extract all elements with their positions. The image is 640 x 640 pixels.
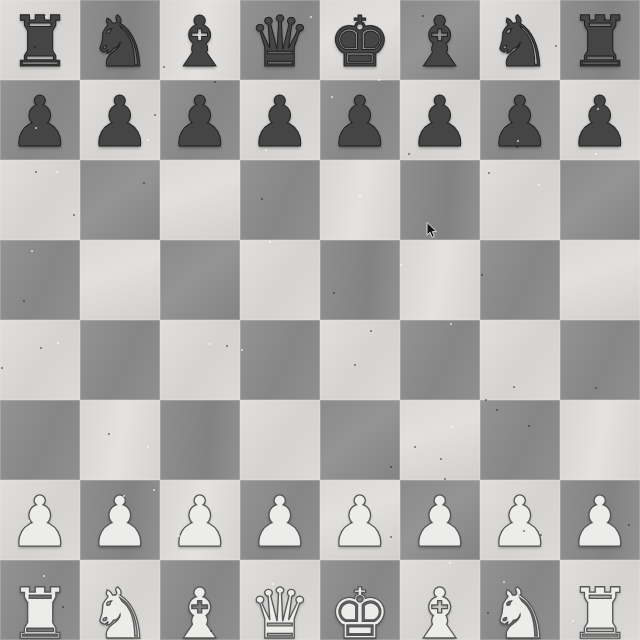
piece-black-pawn-b7[interactable]: ♟ [89,87,152,157]
square-h7[interactable]: ♟ [560,80,640,160]
piece-black-pawn-d7[interactable]: ♟ [249,87,312,157]
square-f6[interactable] [400,160,480,240]
piece-white-knight-g1[interactable]: ♞ [489,579,552,640]
piece-black-bishop-f8[interactable]: ♝ [409,7,472,77]
square-b6[interactable] [80,160,160,240]
square-g5[interactable] [480,240,560,320]
piece-white-pawn-a2[interactable]: ♟ [9,487,72,557]
piece-black-bishop-c8[interactable]: ♝ [169,7,232,77]
piece-black-rook-a8[interactable]: ♜ [9,7,72,77]
square-b8[interactable]: ♞ [80,0,160,80]
piece-white-pawn-e2[interactable]: ♟ [329,487,392,557]
piece-black-rook-h8[interactable]: ♜ [569,7,632,77]
square-b3[interactable] [80,400,160,480]
square-f4[interactable] [400,320,480,400]
square-e8[interactable]: ♚ [320,0,400,80]
square-b2[interactable]: ♟ [80,480,160,560]
square-g1[interactable]: ♞ [480,560,560,640]
square-f7[interactable]: ♟ [400,80,480,160]
square-a6[interactable] [0,160,80,240]
piece-black-pawn-a7[interactable]: ♟ [9,87,72,157]
piece-black-knight-b8[interactable]: ♞ [89,7,152,77]
square-b4[interactable] [80,320,160,400]
piece-white-pawn-d2[interactable]: ♟ [249,487,312,557]
piece-black-pawn-c7[interactable]: ♟ [169,87,232,157]
square-g6[interactable] [480,160,560,240]
piece-white-knight-b1[interactable]: ♞ [89,579,152,640]
piece-white-rook-a1[interactable]: ♜ [9,579,72,640]
square-c6[interactable] [160,160,240,240]
square-d8[interactable]: ♛ [240,0,320,80]
square-d1[interactable]: ♛ [240,560,320,640]
square-c2[interactable]: ♟ [160,480,240,560]
square-b1[interactable]: ♞ [80,560,160,640]
square-c3[interactable] [160,400,240,480]
square-e6[interactable] [320,160,400,240]
square-d6[interactable] [240,160,320,240]
square-e5[interactable] [320,240,400,320]
square-e1[interactable]: ♚ [320,560,400,640]
square-d7[interactable]: ♟ [240,80,320,160]
square-f3[interactable] [400,400,480,480]
square-d5[interactable] [240,240,320,320]
square-h2[interactable]: ♟ [560,480,640,560]
piece-white-bishop-c1[interactable]: ♝ [169,579,232,640]
square-h8[interactable]: ♜ [560,0,640,80]
square-f2[interactable]: ♟ [400,480,480,560]
chess-board: ♜♞♝♛♚♝♞♜♟♟♟♟♟♟♟♟♟♟♟♟♟♟♟♟♜♞♝♛♚♝♞♜ [0,0,640,640]
piece-white-pawn-h2[interactable]: ♟ [569,487,632,557]
square-d3[interactable] [240,400,320,480]
square-g7[interactable]: ♟ [480,80,560,160]
square-a1[interactable]: ♜ [0,560,80,640]
piece-white-king-e1[interactable]: ♚ [329,579,392,640]
piece-black-queen-d8[interactable]: ♛ [249,7,312,77]
piece-black-king-e8[interactable]: ♚ [329,7,392,77]
square-f1[interactable]: ♝ [400,560,480,640]
square-c1[interactable]: ♝ [160,560,240,640]
square-b5[interactable] [80,240,160,320]
piece-black-knight-g8[interactable]: ♞ [489,7,552,77]
square-g2[interactable]: ♟ [480,480,560,560]
square-e2[interactable]: ♟ [320,480,400,560]
square-c5[interactable] [160,240,240,320]
square-f5[interactable] [400,240,480,320]
square-e3[interactable] [320,400,400,480]
square-c7[interactable]: ♟ [160,80,240,160]
piece-black-pawn-e7[interactable]: ♟ [329,87,392,157]
piece-white-queen-d1[interactable]: ♛ [249,579,312,640]
square-a2[interactable]: ♟ [0,480,80,560]
square-h4[interactable] [560,320,640,400]
square-e4[interactable] [320,320,400,400]
piece-white-bishop-f1[interactable]: ♝ [409,579,472,640]
square-a7[interactable]: ♟ [0,80,80,160]
square-a3[interactable] [0,400,80,480]
piece-white-pawn-f2[interactable]: ♟ [409,487,472,557]
square-b7[interactable]: ♟ [80,80,160,160]
piece-white-pawn-c2[interactable]: ♟ [169,487,232,557]
square-h6[interactable] [560,160,640,240]
piece-black-pawn-f7[interactable]: ♟ [409,87,472,157]
square-a8[interactable]: ♜ [0,0,80,80]
square-d2[interactable]: ♟ [240,480,320,560]
piece-white-rook-h1[interactable]: ♜ [569,579,632,640]
square-g3[interactable] [480,400,560,480]
piece-black-pawn-g7[interactable]: ♟ [489,87,552,157]
square-f8[interactable]: ♝ [400,0,480,80]
square-a5[interactable] [0,240,80,320]
square-a4[interactable] [0,320,80,400]
square-d4[interactable] [240,320,320,400]
square-h3[interactable] [560,400,640,480]
square-c8[interactable]: ♝ [160,0,240,80]
square-e7[interactable]: ♟ [320,80,400,160]
piece-black-pawn-h7[interactable]: ♟ [569,87,632,157]
piece-white-pawn-b2[interactable]: ♟ [89,487,152,557]
piece-white-pawn-g2[interactable]: ♟ [489,487,552,557]
square-h1[interactable]: ♜ [560,560,640,640]
square-g4[interactable] [480,320,560,400]
square-g8[interactable]: ♞ [480,0,560,80]
square-c4[interactable] [160,320,240,400]
square-h5[interactable] [560,240,640,320]
